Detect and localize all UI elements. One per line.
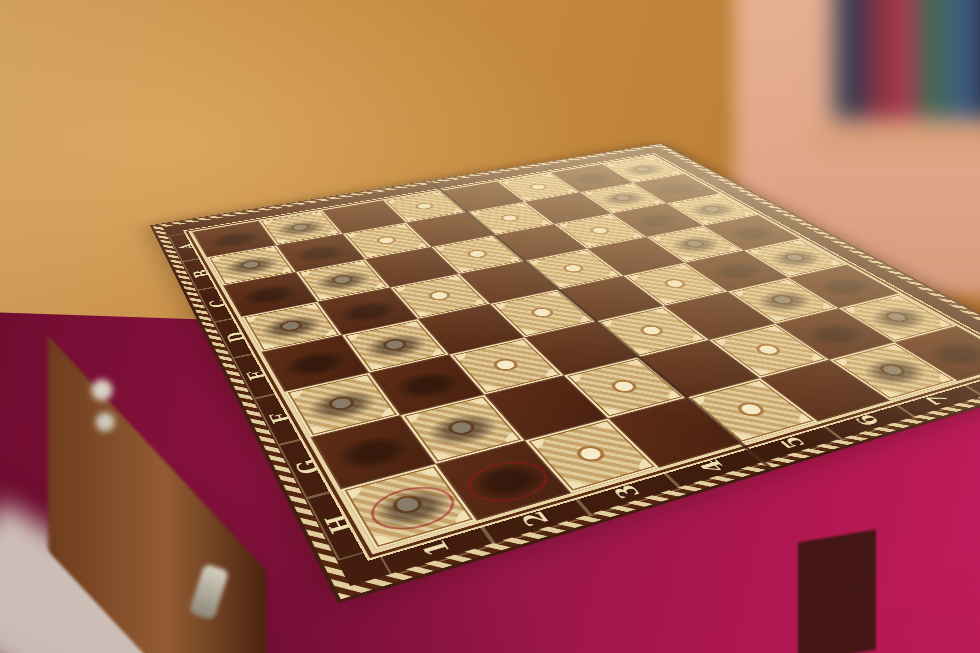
file-label-text: G (289, 456, 328, 477)
rank-label-text: 4 (693, 457, 732, 476)
piece-glyph: ♟ (842, 260, 953, 378)
file-label-text: A (174, 242, 200, 252)
rank-label-text: 5 (773, 434, 811, 451)
file-label-text: E (241, 367, 274, 382)
rank-label-text: 6 (849, 412, 886, 428)
rank-label-text: 7 (920, 391, 956, 406)
box-seam-divider (798, 529, 876, 653)
piece-glyph: ♜ (323, 329, 499, 515)
file-label-text: B (188, 268, 216, 279)
file-label-text: D (221, 330, 253, 344)
rank-label-text: 3 (606, 481, 646, 501)
box-hinge (82, 374, 122, 438)
file-label-text: C (204, 297, 234, 309)
file-label-text: F (264, 409, 299, 425)
